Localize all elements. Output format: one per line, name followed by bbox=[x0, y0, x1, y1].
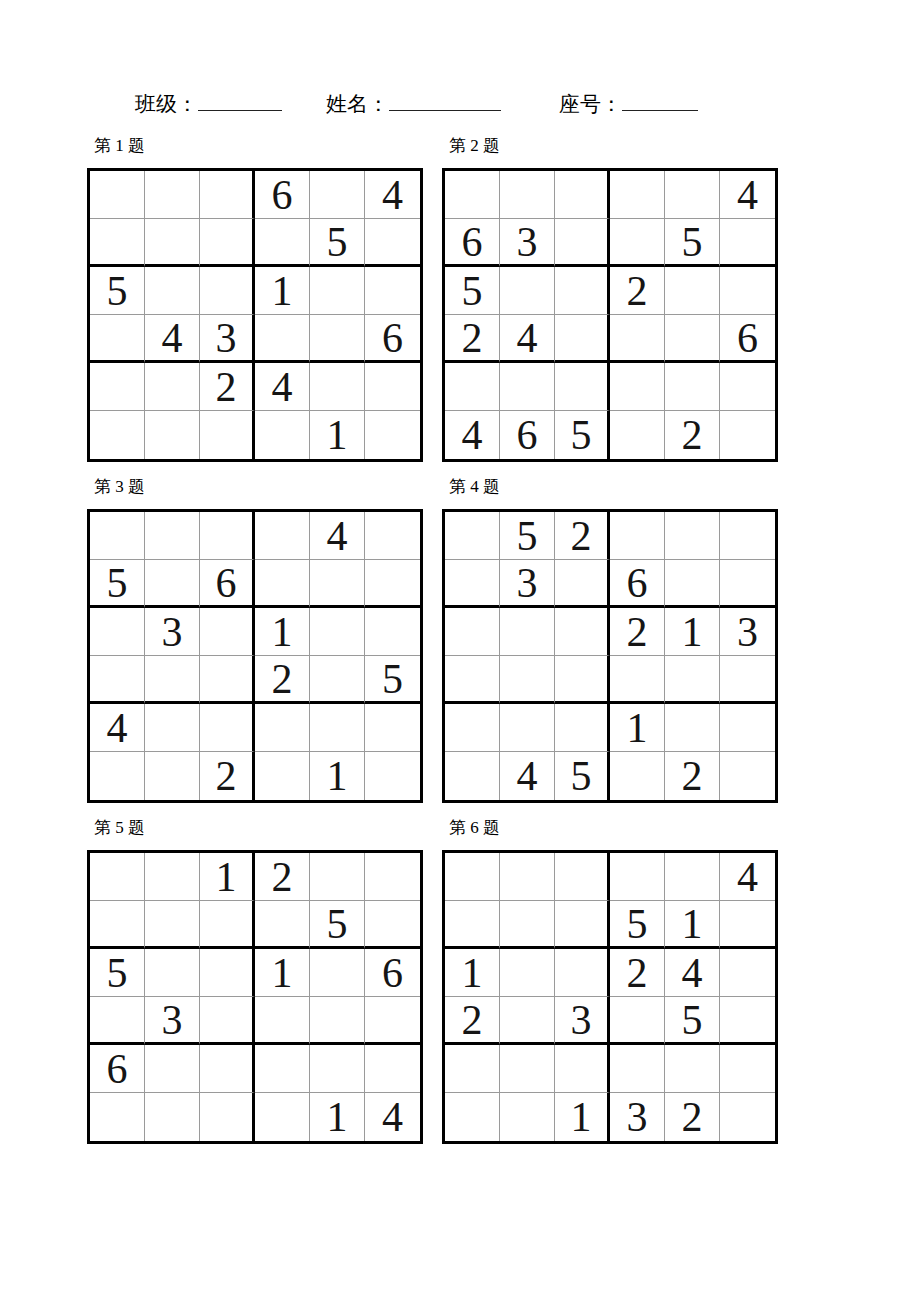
puzzle-3-cell-r6c6[interactable] bbox=[365, 752, 420, 800]
puzzle-1-cell-r1c2[interactable] bbox=[145, 171, 200, 219]
puzzle-1-cell-r4c5[interactable] bbox=[310, 315, 365, 363]
puzzle-5-cell-r1c5[interactable] bbox=[310, 853, 365, 901]
puzzle-grid-area: 第 1 题64551436241第 2 题4635522464652第 3 题4… bbox=[0, 121, 920, 1144]
puzzle-5: 第 5 题1255163614 bbox=[87, 803, 423, 1144]
puzzle-6-cell-r2c1[interactable] bbox=[445, 901, 500, 949]
sudoku-board-2: 4635522464652 bbox=[442, 168, 778, 462]
puzzle-1-cell-r2c6[interactable] bbox=[365, 219, 420, 267]
puzzle-3-cell-r3c1[interactable] bbox=[90, 608, 145, 656]
puzzle-1-cell-r6c5: 1 bbox=[310, 411, 365, 459]
puzzle-4-cell-r2c3[interactable] bbox=[555, 560, 610, 608]
puzzle-4: 第 4 题52362131452 bbox=[442, 462, 778, 803]
class-field: 班级： bbox=[135, 90, 282, 117]
puzzle-1-cell-r3c6[interactable] bbox=[365, 267, 420, 315]
puzzle-2-cell-r6c5: 2 bbox=[665, 411, 720, 459]
puzzle-5-cell-r4c4[interactable] bbox=[255, 997, 310, 1045]
puzzle-4-cell-r5c2[interactable] bbox=[500, 704, 555, 752]
puzzle-3-cell-r3c6[interactable] bbox=[365, 608, 420, 656]
puzzle-1-cell-r2c4[interactable] bbox=[255, 219, 310, 267]
puzzle-2-cell-r4c2: 4 bbox=[500, 315, 555, 363]
puzzle-3-cell-r2c2[interactable] bbox=[145, 560, 200, 608]
puzzle-5-cell-r5c1: 6 bbox=[90, 1045, 145, 1093]
sudoku-board-3: 4563125421 bbox=[87, 509, 423, 803]
puzzle-4-label: 第 4 题 bbox=[442, 477, 778, 497]
puzzle-6-cell-r5c3[interactable] bbox=[555, 1045, 610, 1093]
puzzle-3-cell-r2c4[interactable] bbox=[255, 560, 310, 608]
sudoku-board-6: 451124235132 bbox=[442, 850, 778, 1144]
puzzle-2-cell-r3c1: 5 bbox=[445, 267, 500, 315]
puzzle-6-cell-r5c1[interactable] bbox=[445, 1045, 500, 1093]
puzzle-6-cell-r1c2[interactable] bbox=[500, 853, 555, 901]
puzzle-6-cell-r3c4: 2 bbox=[610, 949, 665, 997]
puzzle-6-cell-r4c3: 3 bbox=[555, 997, 610, 1045]
puzzle-2-cell-r2c2: 3 bbox=[500, 219, 555, 267]
puzzle-3-cell-r6c3: 2 bbox=[200, 752, 255, 800]
puzzle-2-cell-r2c4[interactable] bbox=[610, 219, 665, 267]
puzzle-3-cell-r3c5[interactable] bbox=[310, 608, 365, 656]
puzzle-1: 第 1 题64551436241 bbox=[87, 121, 423, 462]
puzzle-5-cell-r3c1: 5 bbox=[90, 949, 145, 997]
puzzle-2-cell-r3c6[interactable] bbox=[720, 267, 775, 315]
puzzle-3-cell-r2c5[interactable] bbox=[310, 560, 365, 608]
puzzle-4-cell-r4c4[interactable] bbox=[610, 656, 665, 704]
puzzle-5-label: 第 5 题 bbox=[87, 818, 423, 838]
puzzle-6-cell-r2c5: 1 bbox=[665, 901, 720, 949]
puzzle-1-cell-r1c5[interactable] bbox=[310, 171, 365, 219]
puzzle-3-cell-r5c2[interactable] bbox=[145, 704, 200, 752]
puzzle-2-cell-r5c3[interactable] bbox=[555, 363, 610, 411]
class-blank-field[interactable] bbox=[198, 90, 282, 111]
puzzle-3-cell-r2c3: 6 bbox=[200, 560, 255, 608]
puzzle-1-cell-r5c2[interactable] bbox=[145, 363, 200, 411]
puzzle-6-cell-r1c4[interactable] bbox=[610, 853, 665, 901]
puzzle-3-cell-r1c3[interactable] bbox=[200, 512, 255, 560]
puzzle-1-cell-r1c6: 4 bbox=[365, 171, 420, 219]
puzzle-3-cell-r5c1: 4 bbox=[90, 704, 145, 752]
puzzle-6-cell-r3c1: 1 bbox=[445, 949, 500, 997]
puzzle-3-cell-r2c1: 5 bbox=[90, 560, 145, 608]
puzzle-6-cell-r3c6[interactable] bbox=[720, 949, 775, 997]
puzzle-6: 第 6 题451124235132 bbox=[442, 803, 778, 1144]
puzzle-1-label: 第 1 题 bbox=[87, 136, 423, 156]
puzzle-1-cell-r3c5[interactable] bbox=[310, 267, 365, 315]
puzzle-5-cell-r3c3[interactable] bbox=[200, 949, 255, 997]
puzzle-2-cell-r2c5: 5 bbox=[665, 219, 720, 267]
puzzle-2-cell-r1c3[interactable] bbox=[555, 171, 610, 219]
puzzle-2-cell-r4c3[interactable] bbox=[555, 315, 610, 363]
puzzle-1-cell-r1c1[interactable] bbox=[90, 171, 145, 219]
puzzle-4-cell-r3c2[interactable] bbox=[500, 608, 555, 656]
puzzle-5-cell-r1c6[interactable] bbox=[365, 853, 420, 901]
puzzle-3-cell-r5c4[interactable] bbox=[255, 704, 310, 752]
puzzle-5-cell-r4c6[interactable] bbox=[365, 997, 420, 1045]
puzzle-4-cell-r6c1[interactable] bbox=[445, 752, 500, 800]
puzzle-5-cell-r4c1[interactable] bbox=[90, 997, 145, 1045]
puzzle-6-cell-r3c5: 4 bbox=[665, 949, 720, 997]
puzzle-4-cell-r4c1[interactable] bbox=[445, 656, 500, 704]
puzzle-1-cell-r5c3: 2 bbox=[200, 363, 255, 411]
puzzle-5-cell-r4c2: 3 bbox=[145, 997, 200, 1045]
puzzle-1-cell-r6c1[interactable] bbox=[90, 411, 145, 459]
puzzle-6-cell-r4c6[interactable] bbox=[720, 997, 775, 1045]
sudoku-board-4: 52362131452 bbox=[442, 509, 778, 803]
puzzle-1-cell-r5c6[interactable] bbox=[365, 363, 420, 411]
puzzle-2-cell-r1c5[interactable] bbox=[665, 171, 720, 219]
puzzle-6-cell-r4c2[interactable] bbox=[500, 997, 555, 1045]
puzzle-2-cell-r1c2[interactable] bbox=[500, 171, 555, 219]
puzzle-6-cell-r2c3[interactable] bbox=[555, 901, 610, 949]
puzzle-4-cell-r5c5[interactable] bbox=[665, 704, 720, 752]
puzzle-5-cell-r3c2[interactable] bbox=[145, 949, 200, 997]
sudoku-board-1: 64551436241 bbox=[87, 168, 423, 462]
puzzle-6-cell-r6c4: 3 bbox=[610, 1093, 665, 1141]
puzzle-5-cell-r1c2[interactable] bbox=[145, 853, 200, 901]
class-label: 班级： bbox=[135, 92, 198, 116]
puzzle-3-cell-r4c3[interactable] bbox=[200, 656, 255, 704]
puzzle-2-cell-r3c2[interactable] bbox=[500, 267, 555, 315]
puzzle-4-cell-r3c4: 2 bbox=[610, 608, 665, 656]
puzzle-2-cell-r6c6[interactable] bbox=[720, 411, 775, 459]
puzzle-5-cell-r2c2[interactable] bbox=[145, 901, 200, 949]
puzzle-2-label: 第 2 题 bbox=[442, 136, 778, 156]
puzzle-4-cell-r1c6[interactable] bbox=[720, 512, 775, 560]
puzzle-1-cell-r1c3[interactable] bbox=[200, 171, 255, 219]
puzzle-2-cell-r4c6: 6 bbox=[720, 315, 775, 363]
sudoku-board-5: 1255163614 bbox=[87, 850, 423, 1144]
puzzle-6-cell-r5c6[interactable] bbox=[720, 1045, 775, 1093]
puzzle-4-cell-r2c2: 3 bbox=[500, 560, 555, 608]
puzzle-5-cell-r3c5[interactable] bbox=[310, 949, 365, 997]
puzzle-3: 第 3 题4563125421 bbox=[87, 462, 423, 803]
puzzle-5-cell-r5c4[interactable] bbox=[255, 1045, 310, 1093]
puzzle-6-cell-r2c2[interactable] bbox=[500, 901, 555, 949]
puzzle-4-cell-r6c5: 2 bbox=[665, 752, 720, 800]
puzzle-1-cell-r3c1: 5 bbox=[90, 267, 145, 315]
puzzle-5-cell-r4c5[interactable] bbox=[310, 997, 365, 1045]
puzzle-2-cell-r5c4[interactable] bbox=[610, 363, 665, 411]
puzzle-1-cell-r5c1[interactable] bbox=[90, 363, 145, 411]
puzzle-4-cell-r1c2: 5 bbox=[500, 512, 555, 560]
puzzle-2-cell-r4c1: 2 bbox=[445, 315, 500, 363]
worksheet-page: 班级：姓名：座号： 第 1 题64551436241第 2 题463552246… bbox=[0, 0, 920, 1302]
puzzle-5-cell-r1c3: 1 bbox=[200, 853, 255, 901]
puzzle-1-cell-r6c4[interactable] bbox=[255, 411, 310, 459]
puzzle-5-cell-r5c6[interactable] bbox=[365, 1045, 420, 1093]
puzzle-6-cell-r2c6[interactable] bbox=[720, 901, 775, 949]
puzzle-2-cell-r3c3[interactable] bbox=[555, 267, 610, 315]
puzzle-1-cell-r4c2: 4 bbox=[145, 315, 200, 363]
puzzle-5-cell-r1c4: 2 bbox=[255, 853, 310, 901]
puzzle-4-cell-r2c6[interactable] bbox=[720, 560, 775, 608]
puzzle-6-cell-r6c2[interactable] bbox=[500, 1093, 555, 1141]
puzzle-5-cell-r2c5: 5 bbox=[310, 901, 365, 949]
puzzle-5-cell-r5c5[interactable] bbox=[310, 1045, 365, 1093]
puzzle-4-cell-r2c1[interactable] bbox=[445, 560, 500, 608]
seat-field: 座号： bbox=[559, 90, 698, 117]
puzzle-6-cell-r1c3[interactable] bbox=[555, 853, 610, 901]
puzzle-3-cell-r6c5: 1 bbox=[310, 752, 365, 800]
puzzle-4-cell-r4c2[interactable] bbox=[500, 656, 555, 704]
header-row: 班级：姓名：座号： bbox=[0, 90, 920, 117]
puzzle-3-cell-r4c4: 2 bbox=[255, 656, 310, 704]
puzzle-5-cell-r6c3[interactable] bbox=[200, 1093, 255, 1141]
puzzle-2-cell-r2c6[interactable] bbox=[720, 219, 775, 267]
name-blank-field[interactable] bbox=[389, 90, 501, 111]
puzzle-1-cell-r5c5[interactable] bbox=[310, 363, 365, 411]
puzzle-4-cell-r4c3[interactable] bbox=[555, 656, 610, 704]
puzzle-6-cell-r4c1: 2 bbox=[445, 997, 500, 1045]
puzzle-1-cell-r4c4[interactable] bbox=[255, 315, 310, 363]
puzzle-3-cell-r1c5: 4 bbox=[310, 512, 365, 560]
puzzle-3-cell-r6c4[interactable] bbox=[255, 752, 310, 800]
puzzle-5-cell-r2c4[interactable] bbox=[255, 901, 310, 949]
puzzle-3-cell-r2c6[interactable] bbox=[365, 560, 420, 608]
puzzle-4-cell-r2c5[interactable] bbox=[665, 560, 720, 608]
puzzle-4-cell-r3c6: 3 bbox=[720, 608, 775, 656]
puzzle-1-cell-r3c2[interactable] bbox=[145, 267, 200, 315]
puzzle-6-cell-r3c2[interactable] bbox=[500, 949, 555, 997]
seat-label: 座号： bbox=[559, 92, 622, 116]
puzzle-6-label: 第 6 题 bbox=[442, 818, 778, 838]
puzzle-6-cell-r6c1[interactable] bbox=[445, 1093, 500, 1141]
puzzle-4-cell-r1c4[interactable] bbox=[610, 512, 665, 560]
puzzle-3-cell-r3c2: 3 bbox=[145, 608, 200, 656]
puzzle-1-cell-r5c4: 4 bbox=[255, 363, 310, 411]
puzzle-3-cell-r1c2[interactable] bbox=[145, 512, 200, 560]
puzzle-4-cell-r4c6[interactable] bbox=[720, 656, 775, 704]
puzzle-3-cell-r4c1[interactable] bbox=[90, 656, 145, 704]
puzzle-2-cell-r4c5[interactable] bbox=[665, 315, 720, 363]
puzzle-6-cell-r5c4[interactable] bbox=[610, 1045, 665, 1093]
puzzle-4-cell-r6c6[interactable] bbox=[720, 752, 775, 800]
name-label: 姓名： bbox=[326, 92, 389, 116]
puzzle-6-cell-r1c5[interactable] bbox=[665, 853, 720, 901]
puzzle-2-cell-r6c2: 6 bbox=[500, 411, 555, 459]
puzzle-5-cell-r5c3[interactable] bbox=[200, 1045, 255, 1093]
puzzle-5-cell-r3c6: 6 bbox=[365, 949, 420, 997]
puzzle-3-cell-r1c1[interactable] bbox=[90, 512, 145, 560]
puzzle-1-cell-r2c3[interactable] bbox=[200, 219, 255, 267]
puzzle-6-cell-r4c4[interactable] bbox=[610, 997, 665, 1045]
puzzle-2-cell-r5c2[interactable] bbox=[500, 363, 555, 411]
puzzle-4-cell-r5c1[interactable] bbox=[445, 704, 500, 752]
puzzle-4-cell-r5c4: 1 bbox=[610, 704, 665, 752]
puzzle-3-cell-r6c1[interactable] bbox=[90, 752, 145, 800]
puzzle-2-cell-r6c4[interactable] bbox=[610, 411, 665, 459]
puzzle-5-cell-r2c3[interactable] bbox=[200, 901, 255, 949]
puzzle-5-cell-r2c6[interactable] bbox=[365, 901, 420, 949]
puzzle-2-cell-r2c3[interactable] bbox=[555, 219, 610, 267]
puzzle-2-cell-r5c1[interactable] bbox=[445, 363, 500, 411]
puzzle-3-cell-r1c4[interactable] bbox=[255, 512, 310, 560]
name-field: 姓名： bbox=[326, 90, 501, 117]
puzzle-5-cell-r4c3[interactable] bbox=[200, 997, 255, 1045]
puzzle-5-cell-r5c2[interactable] bbox=[145, 1045, 200, 1093]
puzzle-2-cell-r5c5[interactable] bbox=[665, 363, 720, 411]
puzzle-4-cell-r1c5[interactable] bbox=[665, 512, 720, 560]
puzzle-6-cell-r6c3: 1 bbox=[555, 1093, 610, 1141]
puzzle-4-cell-r5c3[interactable] bbox=[555, 704, 610, 752]
puzzle-1-cell-r4c1[interactable] bbox=[90, 315, 145, 363]
puzzle-2-cell-r1c4[interactable] bbox=[610, 171, 665, 219]
puzzle-2-cell-r1c1[interactable] bbox=[445, 171, 500, 219]
puzzle-5-cell-r6c2[interactable] bbox=[145, 1093, 200, 1141]
puzzle-2-cell-r3c4: 2 bbox=[610, 267, 665, 315]
puzzle-2-cell-r6c1: 4 bbox=[445, 411, 500, 459]
puzzle-1-cell-r3c4: 1 bbox=[255, 267, 310, 315]
puzzle-1-cell-r2c5: 5 bbox=[310, 219, 365, 267]
puzzle-2: 第 2 题4635522464652 bbox=[442, 121, 778, 462]
puzzle-2-cell-r3c5[interactable] bbox=[665, 267, 720, 315]
puzzle-4-cell-r3c3[interactable] bbox=[555, 608, 610, 656]
puzzle-3-cell-r5c3[interactable] bbox=[200, 704, 255, 752]
puzzle-4-cell-r3c1[interactable] bbox=[445, 608, 500, 656]
puzzle-6-cell-r6c6[interactable] bbox=[720, 1093, 775, 1141]
puzzle-5-cell-r6c1[interactable] bbox=[90, 1093, 145, 1141]
puzzle-3-label: 第 3 题 bbox=[87, 477, 423, 497]
puzzle-1-cell-r3c3[interactable] bbox=[200, 267, 255, 315]
puzzle-3-cell-r1c6[interactable] bbox=[365, 512, 420, 560]
puzzle-2-cell-r5c6[interactable] bbox=[720, 363, 775, 411]
puzzle-1-cell-r2c1[interactable] bbox=[90, 219, 145, 267]
puzzle-2-cell-r1c6: 4 bbox=[720, 171, 775, 219]
puzzle-1-cell-r2c2[interactable] bbox=[145, 219, 200, 267]
puzzle-6-cell-r3c3[interactable] bbox=[555, 949, 610, 997]
puzzle-1-cell-r6c6[interactable] bbox=[365, 411, 420, 459]
puzzle-4-cell-r1c1[interactable] bbox=[445, 512, 500, 560]
puzzle-4-cell-r3c5: 1 bbox=[665, 608, 720, 656]
puzzle-6-cell-r5c2[interactable] bbox=[500, 1045, 555, 1093]
puzzle-3-cell-r5c5[interactable] bbox=[310, 704, 365, 752]
puzzle-3-cell-r4c5[interactable] bbox=[310, 656, 365, 704]
puzzle-1-cell-r6c3[interactable] bbox=[200, 411, 255, 459]
puzzle-1-cell-r4c3: 3 bbox=[200, 315, 255, 363]
puzzle-3-cell-r3c3[interactable] bbox=[200, 608, 255, 656]
puzzle-5-cell-r6c6: 4 bbox=[365, 1093, 420, 1141]
puzzle-6-cell-r2c4: 5 bbox=[610, 901, 665, 949]
puzzle-5-cell-r2c1[interactable] bbox=[90, 901, 145, 949]
puzzle-4-cell-r6c3: 5 bbox=[555, 752, 610, 800]
puzzle-3-cell-r4c2[interactable] bbox=[145, 656, 200, 704]
puzzle-2-cell-r4c4[interactable] bbox=[610, 315, 665, 363]
puzzle-3-cell-r3c4: 1 bbox=[255, 608, 310, 656]
puzzle-4-cell-r5c6[interactable] bbox=[720, 704, 775, 752]
puzzle-5-cell-r6c5: 1 bbox=[310, 1093, 365, 1141]
puzzle-2-cell-r2c1: 6 bbox=[445, 219, 500, 267]
puzzle-1-cell-r4c6: 6 bbox=[365, 315, 420, 363]
puzzle-4-cell-r6c2: 4 bbox=[500, 752, 555, 800]
puzzle-2-cell-r6c3: 5 bbox=[555, 411, 610, 459]
puzzle-6-cell-r6c5: 2 bbox=[665, 1093, 720, 1141]
puzzle-6-cell-r1c6: 4 bbox=[720, 853, 775, 901]
puzzle-5-cell-r3c4: 1 bbox=[255, 949, 310, 997]
puzzle-4-cell-r6c4[interactable] bbox=[610, 752, 665, 800]
puzzle-5-cell-r6c4[interactable] bbox=[255, 1093, 310, 1141]
puzzle-4-cell-r4c5[interactable] bbox=[665, 656, 720, 704]
puzzle-1-cell-r1c4: 6 bbox=[255, 171, 310, 219]
puzzle-3-cell-r5c6[interactable] bbox=[365, 704, 420, 752]
puzzle-6-cell-r1c1[interactable] bbox=[445, 853, 500, 901]
puzzle-3-cell-r6c2[interactable] bbox=[145, 752, 200, 800]
puzzle-4-cell-r1c3: 2 bbox=[555, 512, 610, 560]
puzzle-6-cell-r5c5[interactable] bbox=[665, 1045, 720, 1093]
puzzle-4-cell-r2c4: 6 bbox=[610, 560, 665, 608]
puzzle-3-cell-r4c6: 5 bbox=[365, 656, 420, 704]
puzzle-5-cell-r1c1[interactable] bbox=[90, 853, 145, 901]
puzzle-6-cell-r4c5: 5 bbox=[665, 997, 720, 1045]
seat-blank-field[interactable] bbox=[622, 90, 698, 111]
puzzle-1-cell-r6c2[interactable] bbox=[145, 411, 200, 459]
